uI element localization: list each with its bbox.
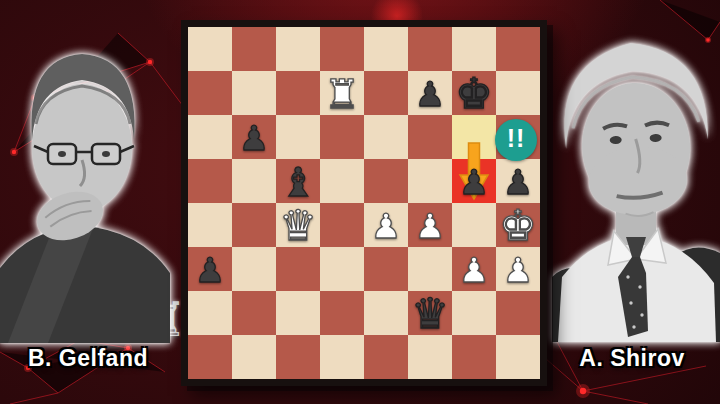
black-pawn-a3[interactable]: ♟ (188, 247, 232, 291)
black-bishop-c5[interactable]: ♝ (276, 159, 320, 203)
white-rook-d7[interactable]: ♜ (320, 71, 364, 115)
shirov-photo (552, 25, 720, 342)
black-pawn-h5[interactable]: ♟ (496, 159, 540, 203)
shirov-portrait-illustration (552, 25, 720, 342)
player-name-right: A. Shirov (544, 345, 720, 372)
white-pawn-g3[interactable]: ♟ (452, 247, 496, 291)
chess-board-frame: ♜♟♚♟♝♟♟♛♟♟♚♟♟♟♛ !! (181, 20, 547, 386)
white-pawn-h3[interactable]: ♟ (496, 247, 540, 291)
video-frame: ♟♞♟♟♚♜ (0, 0, 720, 404)
player-name-left: B. Gelfand (0, 345, 176, 372)
black-pawn-b6[interactable]: ♟ (232, 115, 276, 159)
white-king-h4[interactable]: ♚ (496, 203, 540, 247)
black-king-g7[interactable]: ♚ (452, 71, 496, 115)
white-queen-c4[interactable]: ♛ (276, 203, 320, 247)
gelfand-portrait-illustration (0, 28, 170, 343)
gelfand-photo: ♟♞♟♟♚♜ (0, 28, 170, 343)
black-queen-f2[interactable]: ♛ (408, 291, 452, 335)
black-pawn-f7[interactable]: ♟ (408, 71, 452, 115)
black-pawn-g5[interactable]: ♟ (452, 159, 496, 203)
brilliant-move-badge: !! (495, 119, 537, 161)
white-pawn-f4[interactable]: ♟ (408, 203, 452, 247)
white-pawn-e4[interactable]: ♟ (364, 203, 408, 247)
